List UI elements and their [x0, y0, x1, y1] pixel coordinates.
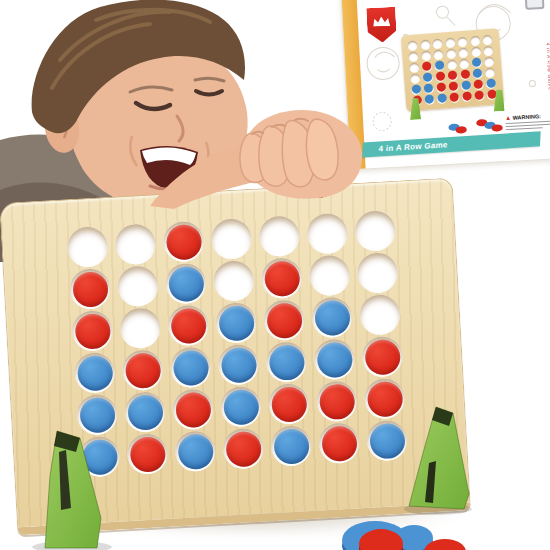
red-disc — [366, 380, 403, 417]
red-disc — [364, 338, 401, 375]
board-cell — [263, 299, 305, 341]
red-disc — [448, 70, 458, 80]
blue-disc — [472, 57, 482, 67]
red-disc — [72, 271, 109, 308]
board-cell — [316, 380, 358, 422]
blue-disc — [273, 428, 310, 465]
board-cell — [482, 34, 493, 45]
blue-disc — [218, 304, 255, 341]
board-cell — [449, 92, 460, 103]
logo-crown-icon — [373, 16, 391, 27]
board-cell — [210, 218, 252, 260]
red-disc — [487, 89, 497, 99]
board-cell — [445, 37, 456, 48]
red-disc — [435, 71, 445, 81]
board-cell — [356, 252, 398, 294]
board-cell — [74, 352, 116, 394]
red-disc — [263, 260, 300, 297]
board-cell — [270, 425, 312, 467]
board-cell — [470, 35, 481, 46]
board-cell — [458, 47, 469, 58]
board-cell — [459, 58, 470, 69]
blue-disc — [81, 438, 118, 475]
board-cell — [432, 38, 443, 49]
board-cell — [422, 61, 433, 72]
red-disc — [474, 79, 484, 89]
board-cell — [117, 265, 159, 307]
board-cell — [408, 51, 419, 62]
red-disc — [165, 223, 202, 260]
red-disc — [321, 425, 358, 462]
board-cell — [448, 81, 459, 92]
board-cell — [472, 68, 483, 79]
blue-disc — [473, 68, 483, 78]
blue-disc — [314, 299, 351, 336]
blue-disc — [167, 265, 204, 302]
main-board — [0, 178, 471, 536]
board-cell — [119, 307, 161, 349]
board-cell — [309, 255, 351, 297]
board-cell — [354, 210, 396, 252]
board-cell — [411, 84, 422, 95]
board-cell — [409, 62, 420, 73]
board-cell — [122, 349, 164, 391]
warning-triangle-icon: ▲ — [505, 115, 511, 121]
board-cell — [361, 336, 403, 378]
board-cell — [483, 45, 494, 56]
red-disc — [174, 391, 211, 428]
blue-disc — [220, 346, 257, 383]
product-box: ▲ WARNING: 4 in A Row Game 4 in A Row Ga… — [341, 0, 550, 170]
board-cell — [222, 428, 264, 470]
board-cell — [313, 338, 355, 380]
board-cell — [261, 257, 303, 299]
board-cell — [167, 304, 209, 346]
board-cell — [422, 72, 433, 83]
board-cell — [115, 223, 157, 265]
board-cell — [471, 57, 482, 68]
board-cell — [473, 79, 484, 90]
board-cell — [213, 260, 255, 302]
blue-disc — [425, 94, 435, 104]
blue-disc — [177, 433, 214, 470]
box-mini-board-grid — [406, 33, 498, 106]
blue-disc — [486, 78, 496, 88]
board-cell — [424, 94, 435, 105]
red-disc — [475, 90, 485, 100]
blue-disc — [368, 422, 405, 459]
board-cell — [76, 394, 118, 436]
red-disc — [225, 430, 262, 467]
red-disc — [436, 82, 446, 92]
board-cell — [474, 90, 485, 101]
blue-disc — [423, 72, 433, 82]
blue-disc — [461, 80, 471, 90]
board-cell — [420, 39, 431, 50]
blue-disc — [127, 394, 164, 431]
blue-disc — [435, 60, 445, 70]
blue-disc — [437, 93, 447, 103]
blue-disc — [424, 83, 434, 93]
board-cell — [124, 391, 166, 433]
red-disc — [74, 312, 111, 349]
warning-block: ▲ WARNING: — [505, 113, 550, 130]
red-disc — [460, 69, 470, 79]
red-disc — [449, 81, 459, 91]
warning-fineprint-line — [506, 123, 550, 127]
board-cell — [172, 388, 214, 430]
board-cell — [306, 213, 348, 255]
board-cell — [461, 80, 472, 91]
board-cell — [486, 78, 497, 89]
red-disc — [462, 91, 472, 101]
red-disc — [170, 307, 207, 344]
board-cell — [126, 433, 168, 475]
board-cell — [215, 302, 257, 344]
red-disc — [270, 386, 307, 423]
board-cell — [71, 310, 113, 352]
board-cell — [217, 344, 259, 386]
warning-label: WARNING: — [512, 113, 541, 120]
board-cell — [311, 296, 353, 338]
board-cell — [484, 56, 495, 67]
board-cell — [446, 59, 457, 70]
board-cell — [69, 268, 111, 310]
board-cell — [67, 226, 109, 268]
blue-disc — [79, 396, 116, 433]
board-cell — [366, 420, 408, 462]
red-disc — [266, 302, 303, 339]
board-cell — [446, 48, 457, 59]
blue-disc — [76, 354, 113, 391]
board-cell — [421, 50, 432, 61]
board-cell — [460, 69, 471, 80]
board-cell — [318, 422, 360, 464]
board-cell — [268, 383, 310, 425]
board-cell — [433, 49, 444, 60]
board-cell — [359, 294, 401, 336]
board-cell — [485, 67, 496, 78]
red-disc — [129, 436, 166, 473]
board-cell — [471, 46, 482, 57]
board-cell — [265, 341, 307, 383]
red-disc — [450, 92, 460, 102]
blue-disc — [411, 84, 421, 94]
board-cell — [437, 93, 448, 104]
box-corner-badge-icon — [525, 0, 545, 10]
blue-disc — [222, 388, 259, 425]
board-cell — [410, 73, 421, 84]
board-cell — [423, 83, 434, 94]
board-cell — [457, 36, 468, 47]
board-cell — [165, 263, 207, 305]
board-cell — [220, 386, 262, 428]
product-photo-scene: ▲ WARNING: 4 in A Row Game 4 in A Row Ga… — [0, 0, 550, 550]
board-cell — [447, 70, 458, 81]
board-cell — [364, 378, 406, 420]
board-cell — [434, 60, 445, 71]
board-cell — [169, 346, 211, 388]
red-disc — [422, 61, 432, 71]
blue-disc — [268, 344, 305, 381]
board-grid — [63, 209, 413, 479]
board-cell — [435, 71, 446, 82]
board-cell — [407, 40, 418, 51]
board-cell — [436, 82, 447, 93]
board-cell — [174, 430, 216, 472]
loose-red-disc — [424, 539, 466, 550]
board-cell — [78, 436, 120, 478]
board-cell — [258, 215, 300, 257]
red-disc — [124, 352, 161, 389]
blue-disc — [316, 341, 353, 378]
red-disc — [318, 383, 355, 420]
blue-disc — [172, 349, 209, 386]
board-cell — [462, 91, 473, 102]
board-cell — [162, 221, 204, 263]
